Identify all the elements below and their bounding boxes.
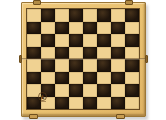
square-c1[interactable] bbox=[55, 97, 69, 110]
square-h5[interactable] bbox=[125, 47, 139, 60]
top-hinge-right-icon bbox=[125, 0, 133, 5]
square-c7[interactable] bbox=[55, 22, 69, 35]
square-c8[interactable] bbox=[55, 9, 69, 22]
square-a7[interactable] bbox=[27, 22, 41, 35]
square-b8[interactable] bbox=[41, 9, 55, 22]
square-g7[interactable] bbox=[111, 22, 125, 35]
square-d1[interactable] bbox=[69, 97, 83, 110]
square-d3[interactable] bbox=[69, 72, 83, 85]
square-d6[interactable] bbox=[69, 34, 83, 47]
square-h6[interactable] bbox=[125, 34, 139, 47]
side-hinge-right-icon bbox=[145, 55, 148, 63]
square-e7[interactable] bbox=[83, 22, 97, 35]
square-d2[interactable] bbox=[69, 84, 83, 97]
square-h3[interactable] bbox=[125, 72, 139, 85]
square-f2[interactable] bbox=[97, 84, 111, 97]
maker-stamp: ♞ bbox=[38, 92, 47, 101]
square-g2[interactable] bbox=[111, 84, 125, 97]
square-c3[interactable] bbox=[55, 72, 69, 85]
square-a3[interactable] bbox=[27, 72, 41, 85]
side-hinge-left-icon bbox=[19, 55, 22, 63]
photo-background: ♞ bbox=[0, 0, 166, 120]
square-a4[interactable] bbox=[27, 59, 41, 72]
square-e4[interactable] bbox=[83, 59, 97, 72]
square-b5[interactable] bbox=[41, 47, 55, 60]
square-b7[interactable] bbox=[41, 22, 55, 35]
square-e1[interactable] bbox=[83, 97, 97, 110]
square-f7[interactable] bbox=[97, 22, 111, 35]
square-f4[interactable] bbox=[97, 59, 111, 72]
square-d7[interactable] bbox=[69, 22, 83, 35]
square-f5[interactable] bbox=[97, 47, 111, 60]
square-a8[interactable] bbox=[27, 9, 41, 22]
square-g4[interactable] bbox=[111, 59, 125, 72]
square-b4[interactable] bbox=[41, 59, 55, 72]
square-g6[interactable] bbox=[111, 34, 125, 47]
square-h1[interactable] bbox=[125, 97, 139, 110]
square-h4[interactable] bbox=[125, 59, 139, 72]
square-g5[interactable] bbox=[111, 47, 125, 60]
square-f8[interactable] bbox=[97, 9, 111, 22]
square-e6[interactable] bbox=[83, 34, 97, 47]
square-d5[interactable] bbox=[69, 47, 83, 60]
square-h7[interactable] bbox=[125, 22, 139, 35]
square-a6[interactable] bbox=[27, 34, 41, 47]
square-c5[interactable] bbox=[55, 47, 69, 60]
square-a5[interactable] bbox=[27, 47, 41, 60]
square-h2[interactable] bbox=[125, 84, 139, 97]
top-hinge-left-icon bbox=[33, 0, 41, 5]
square-f6[interactable] bbox=[97, 34, 111, 47]
bottom-clasp-left-icon bbox=[29, 114, 38, 119]
square-g1[interactable] bbox=[111, 97, 125, 110]
square-e5[interactable] bbox=[83, 47, 97, 60]
square-g8[interactable] bbox=[111, 9, 125, 22]
square-d4[interactable] bbox=[69, 59, 83, 72]
square-b3[interactable] bbox=[41, 72, 55, 85]
square-c4[interactable] bbox=[55, 59, 69, 72]
square-b6[interactable] bbox=[41, 34, 55, 47]
square-e8[interactable] bbox=[83, 9, 97, 22]
square-c2[interactable] bbox=[55, 84, 69, 97]
square-f1[interactable] bbox=[97, 97, 111, 110]
square-f3[interactable] bbox=[97, 72, 111, 85]
square-g3[interactable] bbox=[111, 72, 125, 85]
square-e3[interactable] bbox=[83, 72, 97, 85]
knight-stamp-icon: ♞ bbox=[40, 92, 45, 101]
chessboard: ♞ bbox=[21, 2, 146, 117]
bottom-clasp-right-icon bbox=[116, 114, 125, 119]
square-d8[interactable] bbox=[69, 9, 83, 22]
square-e2[interactable] bbox=[83, 84, 97, 97]
square-c6[interactable] bbox=[55, 34, 69, 47]
square-h8[interactable] bbox=[125, 9, 139, 22]
